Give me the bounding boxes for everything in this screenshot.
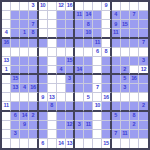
cell-r9-c3[interactable]: 16	[29, 84, 38, 93]
cell-r14-c5[interactable]	[48, 130, 57, 139]
cell-r0-c14[interactable]	[130, 2, 139, 11]
cell-r7-c15[interactable]: 12	[139, 66, 148, 75]
cell-r8-c0[interactable]	[2, 75, 11, 84]
cell-r13-c10[interactable]	[93, 121, 102, 130]
cell-r5-c0[interactable]	[2, 48, 11, 57]
cell-r12-c12[interactable]: 5	[112, 112, 121, 121]
cell-r11-c10[interactable]: 10	[93, 102, 102, 111]
cell-r11-c11[interactable]	[102, 102, 111, 111]
cell-r13-c1[interactable]	[11, 121, 20, 130]
cell-r12-c4[interactable]	[39, 112, 48, 121]
cell-r15-c5[interactable]	[48, 139, 57, 148]
cell-r14-c2[interactable]	[20, 130, 29, 139]
cell-r7-c2[interactable]	[20, 66, 29, 75]
cell-r3-c15[interactable]	[139, 29, 148, 38]
cell-r15-c9[interactable]	[84, 139, 93, 148]
cell-r2-c9[interactable]: 8	[84, 20, 93, 29]
cell-r3-c11[interactable]	[102, 29, 111, 38]
cell-r12-c1[interactable]: 6	[11, 112, 20, 121]
cell-r12-c8[interactable]	[75, 112, 84, 121]
cell-r2-c6[interactable]	[57, 20, 66, 29]
cell-r7-c1[interactable]	[11, 66, 20, 75]
cell-r9-c12[interactable]	[112, 84, 121, 93]
cell-r3-c13[interactable]	[121, 29, 130, 38]
cell-r9-c13[interactable]: 3	[121, 84, 130, 93]
cell-r5-c3[interactable]	[29, 48, 38, 57]
cell-r11-c13[interactable]	[121, 102, 130, 111]
cell-r5-c13[interactable]	[121, 48, 130, 57]
cell-r7-c6[interactable]: 4	[57, 66, 66, 75]
cell-r1-c5[interactable]	[48, 11, 57, 20]
cell-r5-c4[interactable]	[39, 48, 48, 57]
cell-r3-c5[interactable]	[48, 29, 57, 38]
cell-r1-c7[interactable]	[66, 11, 75, 20]
cell-r9-c10[interactable]: 7	[93, 84, 102, 93]
cell-r12-c14[interactable]: 8	[130, 112, 139, 121]
cell-r11-c14[interactable]	[130, 102, 139, 111]
cell-r10-c2[interactable]	[20, 93, 29, 102]
cell-r6-c12[interactable]	[112, 57, 121, 66]
cell-r2-c12[interactable]: 9	[112, 20, 121, 29]
cell-r14-c12[interactable]: 7	[112, 130, 121, 139]
cell-r6-c6[interactable]	[57, 57, 66, 66]
cell-r8-c9[interactable]	[84, 75, 93, 84]
cell-r8-c15[interactable]	[139, 75, 148, 84]
cell-r0-c4[interactable]: 10	[39, 2, 48, 11]
cell-r8-c8[interactable]	[75, 75, 84, 84]
cell-r9-c4[interactable]	[39, 84, 48, 93]
cell-r6-c2[interactable]	[20, 57, 29, 66]
cell-r14-c0[interactable]	[2, 130, 11, 139]
cell-r9-c15[interactable]	[139, 84, 148, 93]
cell-r3-c2[interactable]: 1	[20, 29, 29, 38]
cell-r14-c11[interactable]	[102, 130, 111, 139]
cell-r7-c13[interactable]: 2	[121, 66, 130, 75]
cell-r1-c15[interactable]	[139, 11, 148, 20]
cell-r4-c12[interactable]	[112, 39, 121, 48]
cell-r8-c10[interactable]	[93, 75, 102, 84]
cell-r15-c3[interactable]	[29, 139, 38, 148]
cell-r9-c14[interactable]	[130, 84, 139, 93]
cell-r1-c6[interactable]	[57, 11, 66, 20]
cell-r2-c15[interactable]	[139, 20, 148, 29]
cell-r4-c13[interactable]	[121, 39, 130, 48]
cell-r5-c6[interactable]	[57, 48, 66, 57]
cell-r8-c11[interactable]	[102, 75, 111, 84]
cell-r8-c2[interactable]	[20, 75, 29, 84]
cell-r4-c1[interactable]	[11, 39, 20, 48]
cell-r11-c15[interactable]: 2	[139, 102, 148, 111]
cell-r1-c2[interactable]	[20, 11, 29, 20]
cell-r4-c11[interactable]	[102, 39, 111, 48]
cell-r14-c6[interactable]	[57, 130, 66, 139]
cell-r12-c15[interactable]	[139, 112, 148, 121]
cell-r15-c14[interactable]	[130, 139, 139, 148]
cell-r0-c10[interactable]	[93, 2, 102, 11]
cell-r9-c8[interactable]	[75, 84, 84, 93]
cell-r4-c14[interactable]	[130, 39, 139, 48]
cell-r10-c8[interactable]	[75, 93, 84, 102]
cell-r2-c7[interactable]	[66, 20, 75, 29]
cell-r15-c1[interactable]	[11, 139, 20, 148]
cell-r10-c9[interactable]: 5	[84, 93, 93, 102]
cell-r12-c3[interactable]: 2	[29, 112, 38, 121]
cell-r0-c0[interactable]	[2, 2, 11, 11]
cell-r9-c11[interactable]	[102, 84, 111, 93]
cell-r2-c13[interactable]: 15	[121, 20, 130, 29]
cell-r1-c13[interactable]	[121, 11, 130, 20]
cell-r9-c5[interactable]	[48, 84, 57, 93]
cell-r15-c13[interactable]	[121, 139, 130, 148]
cell-r10-c14[interactable]	[130, 93, 139, 102]
cell-r5-c12[interactable]	[112, 48, 121, 57]
cell-r10-c0[interactable]	[2, 93, 11, 102]
cell-r7-c11[interactable]	[102, 66, 111, 75]
cell-r0-c5[interactable]	[48, 2, 57, 11]
cell-r1-c0[interactable]	[2, 11, 11, 20]
cell-r10-c7[interactable]	[66, 93, 75, 102]
cell-r15-c12[interactable]	[112, 139, 121, 148]
cell-r3-c6[interactable]	[57, 29, 66, 38]
cell-r3-c0[interactable]: 4	[2, 29, 11, 38]
cell-r7-c4[interactable]	[39, 66, 48, 75]
cell-r11-c3[interactable]	[29, 102, 38, 111]
cell-r0-c8[interactable]	[75, 2, 84, 11]
cell-r15-c4[interactable]: 6	[39, 139, 48, 148]
cell-r13-c9[interactable]: 11	[84, 121, 93, 130]
cell-r13-c3[interactable]	[29, 121, 38, 130]
cell-r0-c12[interactable]	[112, 2, 121, 11]
cell-r13-c5[interactable]	[48, 121, 57, 130]
cell-r14-c10[interactable]	[93, 130, 102, 139]
cell-r7-c9[interactable]	[84, 66, 93, 75]
cell-r2-c8[interactable]	[75, 20, 84, 29]
cell-r10-c12[interactable]	[112, 93, 121, 102]
cell-r13-c4[interactable]	[39, 121, 48, 130]
cell-r4-c5[interactable]	[48, 39, 57, 48]
cell-r13-c0[interactable]	[2, 121, 11, 130]
cell-r11-c8[interactable]	[75, 102, 84, 111]
cell-r0-c1[interactable]	[11, 2, 20, 11]
cell-r9-c0[interactable]	[2, 84, 11, 93]
cell-r6-c8[interactable]	[75, 57, 84, 66]
cell-r14-c3[interactable]	[29, 130, 38, 139]
cell-r5-c2[interactable]	[20, 48, 29, 57]
cell-r6-c4[interactable]	[39, 57, 48, 66]
cell-r7-c7[interactable]	[66, 66, 75, 75]
cell-r4-c0[interactable]: 16	[2, 39, 11, 48]
cell-r4-c6[interactable]	[57, 39, 66, 48]
cell-r2-c14[interactable]	[130, 20, 139, 29]
cell-r4-c9[interactable]	[84, 39, 93, 48]
cell-r4-c8[interactable]	[75, 39, 84, 48]
cell-r8-c13[interactable]: 5	[121, 75, 130, 84]
cell-r5-c9[interactable]	[84, 48, 93, 57]
cell-r1-c9[interactable]: 14	[84, 11, 93, 20]
cell-r6-c13[interactable]	[121, 57, 130, 66]
sudoku-16x16-board: 3101216911144778915418101116117681315314…	[0, 0, 150, 150]
cell-r10-c4[interactable]: 9	[39, 93, 48, 102]
cell-r8-c1[interactable]: 15	[11, 75, 20, 84]
cell-r13-c15[interactable]	[139, 121, 148, 130]
cell-r15-c11[interactable]: 15	[102, 139, 111, 148]
cell-r1-c10[interactable]	[93, 11, 102, 20]
cell-r7-c0[interactable]: 1	[2, 66, 11, 75]
cell-r6-c15[interactable]: 3	[139, 57, 148, 66]
cell-r11-c2[interactable]	[20, 102, 29, 111]
cell-r2-c10[interactable]	[93, 20, 102, 29]
cell-r5-c14[interactable]	[130, 48, 139, 57]
cell-r2-c1[interactable]	[11, 20, 20, 29]
cell-r13-c14[interactable]: 2	[130, 121, 139, 130]
cell-r6-c3[interactable]	[29, 57, 38, 66]
cell-r2-c3[interactable]: 7	[29, 20, 38, 29]
cell-r14-c9[interactable]	[84, 130, 93, 139]
cell-r9-c2[interactable]: 4	[20, 84, 29, 93]
cell-r7-c14[interactable]	[130, 66, 139, 75]
cell-r1-c3[interactable]	[29, 11, 38, 20]
cell-r0-c2[interactable]	[20, 2, 29, 11]
cell-r3-c1[interactable]	[11, 29, 20, 38]
cell-r3-c3[interactable]: 8	[29, 29, 38, 38]
cell-r15-c15[interactable]	[139, 139, 148, 148]
cell-r13-c12[interactable]	[112, 121, 121, 130]
cell-r14-c14[interactable]	[130, 130, 139, 139]
cell-r12-c7[interactable]	[66, 112, 75, 121]
cell-r9-c7[interactable]	[66, 84, 75, 93]
cell-r2-c11[interactable]	[102, 20, 111, 29]
cell-r7-c12[interactable]	[112, 66, 121, 75]
cell-r6-c0[interactable]: 13	[2, 57, 11, 66]
cell-r7-c3[interactable]	[29, 66, 38, 75]
cell-r8-c14[interactable]: 16	[130, 75, 139, 84]
cell-r15-c8[interactable]	[75, 139, 84, 148]
cell-r4-c3[interactable]	[29, 39, 38, 48]
cell-r0-c3[interactable]: 3	[29, 2, 38, 11]
cell-r11-c5[interactable]: 8	[48, 102, 57, 111]
cell-r12-c13[interactable]	[121, 112, 130, 121]
cell-r15-c10[interactable]	[93, 139, 102, 148]
cell-r7-c8[interactable]: 14	[75, 66, 84, 75]
cell-r8-c3[interactable]	[29, 75, 38, 84]
cell-r10-c15[interactable]	[139, 93, 148, 102]
cell-r1-c4[interactable]	[39, 11, 48, 20]
cell-r12-c2[interactable]: 14	[20, 112, 29, 121]
cell-r2-c0[interactable]	[2, 20, 11, 29]
cell-r9-c1[interactable]: 13	[11, 84, 20, 93]
cell-r4-c10[interactable]: 11	[93, 39, 102, 48]
cell-r11-c12[interactable]	[112, 102, 121, 111]
cell-r12-c9[interactable]	[84, 112, 93, 121]
cell-r12-c5[interactable]	[48, 112, 57, 121]
cell-r6-c1[interactable]	[11, 57, 20, 66]
cell-r4-c2[interactable]	[20, 39, 29, 48]
cell-r6-c5[interactable]	[48, 57, 57, 66]
cell-r14-c1[interactable]: 3	[11, 130, 20, 139]
cell-r5-c5[interactable]	[48, 48, 57, 57]
cell-r13-c2[interactable]: 9	[20, 121, 29, 130]
cell-r2-c4[interactable]	[39, 20, 48, 29]
cell-r0-c9[interactable]	[84, 2, 93, 11]
cell-r11-c9[interactable]	[84, 102, 93, 111]
cell-r0-c15[interactable]	[139, 2, 148, 11]
cell-r7-c5[interactable]	[48, 66, 57, 75]
cell-r9-c6[interactable]	[57, 84, 66, 93]
cell-r3-c9[interactable]: 10	[84, 29, 93, 38]
cell-r9-c9[interactable]	[84, 84, 93, 93]
cell-r1-c11[interactable]	[102, 11, 111, 20]
cell-r6-c11[interactable]	[102, 57, 111, 66]
cell-r1-c8[interactable]: 11	[75, 11, 84, 20]
cell-r11-c1[interactable]	[11, 102, 20, 111]
cell-r5-c10[interactable]: 6	[93, 48, 102, 57]
cell-r11-c0[interactable]: 11	[2, 102, 11, 111]
cell-r4-c4[interactable]	[39, 39, 48, 48]
cell-r3-c10[interactable]	[93, 29, 102, 38]
cell-r13-c11[interactable]	[102, 121, 111, 130]
cell-r3-c8[interactable]	[75, 29, 84, 38]
cell-r0-c13[interactable]	[121, 2, 130, 11]
cell-r5-c11[interactable]: 8	[102, 48, 111, 57]
cell-r15-c2[interactable]	[20, 139, 29, 148]
cell-r11-c6[interactable]	[57, 102, 66, 111]
cell-r1-c12[interactable]: 4	[112, 11, 121, 20]
cell-r11-c4[interactable]	[39, 102, 48, 111]
cell-r8-c12[interactable]	[112, 75, 121, 84]
cell-r13-c6[interactable]	[57, 121, 66, 130]
cell-r2-c2[interactable]	[20, 20, 29, 29]
cell-r10-c6[interactable]	[57, 93, 66, 102]
cell-r13-c7[interactable]: 12	[66, 121, 75, 130]
cell-r14-c7[interactable]	[66, 130, 75, 139]
cell-r6-c10[interactable]	[93, 57, 102, 66]
cell-r6-c7[interactable]: 15	[66, 57, 75, 66]
cell-r12-c10[interactable]	[93, 112, 102, 121]
cell-r4-c7[interactable]	[66, 39, 75, 48]
cell-r14-c15[interactable]	[139, 130, 148, 139]
cell-r12-c6[interactable]	[57, 112, 66, 121]
cell-r0-c7[interactable]: 16	[66, 2, 75, 11]
cell-r12-c11[interactable]	[102, 112, 111, 121]
cell-r8-c7[interactable]: 3	[66, 75, 75, 84]
cell-r15-c7[interactable]: 13	[66, 139, 75, 148]
cell-r11-c7[interactable]	[66, 102, 75, 111]
cell-r4-c15[interactable]: 7	[139, 39, 148, 48]
cell-r3-c12[interactable]: 11	[112, 29, 121, 38]
cell-r13-c8[interactable]: 3	[75, 121, 84, 130]
cell-r6-c14[interactable]	[130, 57, 139, 66]
cell-r10-c11[interactable]: 16	[102, 93, 111, 102]
cell-r0-c6[interactable]: 12	[57, 2, 66, 11]
cell-r8-c5[interactable]	[48, 75, 57, 84]
cell-r14-c13[interactable]: 11	[121, 130, 130, 139]
cell-r14-c4[interactable]	[39, 130, 48, 139]
cell-r1-c1[interactable]	[11, 11, 20, 20]
cell-r10-c5[interactable]: 13	[48, 93, 57, 102]
cell-r3-c14[interactable]	[130, 29, 139, 38]
cell-r8-c6[interactable]	[57, 75, 66, 84]
cell-r5-c8[interactable]	[75, 48, 84, 57]
cell-r5-c1[interactable]	[11, 48, 20, 57]
cell-r12-c0[interactable]	[2, 112, 11, 121]
cell-r5-c7[interactable]	[66, 48, 75, 57]
cell-r5-c15[interactable]	[139, 48, 148, 57]
cell-r3-c4[interactable]	[39, 29, 48, 38]
cell-r10-c13[interactable]	[121, 93, 130, 102]
cell-r1-c14[interactable]: 7	[130, 11, 139, 20]
cell-r15-c6[interactable]: 14	[57, 139, 66, 148]
cell-r14-c8[interactable]	[75, 130, 84, 139]
cell-r3-c7[interactable]	[66, 29, 75, 38]
cell-r10-c1[interactable]	[11, 93, 20, 102]
cell-r6-c9[interactable]	[84, 57, 93, 66]
cell-r2-c5[interactable]	[48, 20, 57, 29]
cell-r7-c10[interactable]	[93, 66, 102, 75]
cell-r10-c3[interactable]	[29, 93, 38, 102]
cell-r8-c4[interactable]	[39, 75, 48, 84]
cell-r0-c11[interactable]: 9	[102, 2, 111, 11]
cell-r15-c0[interactable]	[2, 139, 11, 148]
cell-r13-c13[interactable]	[121, 121, 130, 130]
cell-r10-c10[interactable]	[93, 93, 102, 102]
